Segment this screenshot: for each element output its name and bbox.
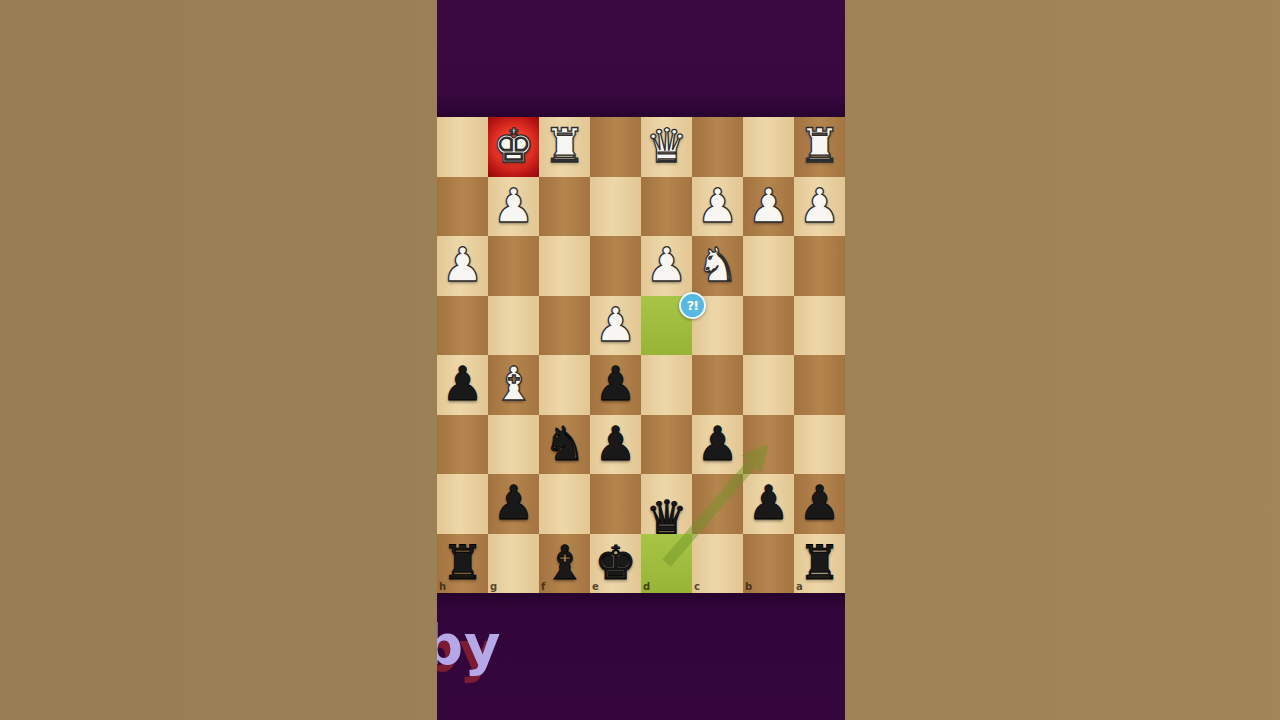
file-label-a: a xyxy=(796,581,803,593)
piece-white-pawn[interactable]: ♟ xyxy=(794,177,845,237)
square-a4[interactable] xyxy=(794,296,845,356)
piece-white-rook[interactable]: ♜ xyxy=(539,117,590,177)
video-column: ♚♜♛♜♟♟♟♟♟♟♞♟♟♝♟♞♟♟♟♛♟♟♜hg♝f♚edcb♜a ?! by xyxy=(437,0,845,720)
square-a7[interactable]: ♟ xyxy=(794,474,845,534)
square-c1[interactable] xyxy=(692,117,743,177)
square-d3[interactable]: ♟ xyxy=(641,236,692,296)
chess-board[interactable]: ♚♜♛♜♟♟♟♟♟♟♞♟♟♝♟♞♟♟♟♛♟♟♜hg♝f♚edcb♜a xyxy=(437,117,845,593)
piece-black-knight[interactable]: ♞ xyxy=(539,415,590,475)
square-a1[interactable]: ♜ xyxy=(794,117,845,177)
square-b8[interactable]: b xyxy=(743,534,794,594)
piece-black-pawn[interactable]: ♟ xyxy=(590,415,641,475)
file-label-f: f xyxy=(541,581,545,593)
square-f6[interactable]: ♞ xyxy=(539,415,590,475)
square-e7[interactable] xyxy=(590,474,641,534)
piece-white-pawn[interactable]: ♟ xyxy=(743,177,794,237)
piece-white-pawn[interactable]: ♟ xyxy=(692,177,743,237)
piece-black-pawn[interactable]: ♟ xyxy=(743,474,794,534)
square-b5[interactable] xyxy=(743,355,794,415)
square-b2[interactable]: ♟ xyxy=(743,177,794,237)
file-label-c: c xyxy=(694,581,700,593)
square-c3[interactable]: ♞ xyxy=(692,236,743,296)
square-h8[interactable]: ♜h xyxy=(437,534,488,594)
square-g1[interactable]: ♚ xyxy=(488,117,539,177)
square-g8[interactable]: g xyxy=(488,534,539,594)
square-h4[interactable] xyxy=(437,296,488,356)
square-h5[interactable]: ♟ xyxy=(437,355,488,415)
square-e5[interactable]: ♟ xyxy=(590,355,641,415)
piece-white-rook[interactable]: ♜ xyxy=(794,117,845,177)
square-f1[interactable]: ♜ xyxy=(539,117,590,177)
piece-white-bishop[interactable]: ♝ xyxy=(488,355,539,415)
piece-black-pawn[interactable]: ♟ xyxy=(692,415,743,475)
board-top-shadow xyxy=(437,0,845,117)
piece-black-pawn[interactable]: ♟ xyxy=(794,474,845,534)
square-e8[interactable]: ♚e xyxy=(590,534,641,594)
piece-white-pawn[interactable]: ♟ xyxy=(437,236,488,296)
square-e4[interactable]: ♟ xyxy=(590,296,641,356)
square-f3[interactable] xyxy=(539,236,590,296)
square-f8[interactable]: ♝f xyxy=(539,534,590,594)
file-label-d: d xyxy=(643,581,650,593)
square-g4[interactable] xyxy=(488,296,539,356)
file-label-b: b xyxy=(745,581,752,593)
square-a5[interactable] xyxy=(794,355,845,415)
piece-white-pawn[interactable]: ♟ xyxy=(590,296,641,356)
piece-white-pawn[interactable]: ♟ xyxy=(641,236,692,296)
square-c2[interactable]: ♟ xyxy=(692,177,743,237)
square-h3[interactable]: ♟ xyxy=(437,236,488,296)
square-h2[interactable] xyxy=(437,177,488,237)
piece-white-pawn[interactable]: ♟ xyxy=(488,177,539,237)
square-c6[interactable]: ♟ xyxy=(692,415,743,475)
piece-black-pawn[interactable]: ♟ xyxy=(488,474,539,534)
square-d5[interactable] xyxy=(641,355,692,415)
piece-white-queen[interactable]: ♛ xyxy=(641,117,692,177)
square-h1[interactable] xyxy=(437,117,488,177)
watermark-by: by xyxy=(437,612,502,677)
file-label-g: g xyxy=(490,581,497,593)
square-a2[interactable]: ♟ xyxy=(794,177,845,237)
square-a8[interactable]: ♜a xyxy=(794,534,845,594)
square-f2[interactable] xyxy=(539,177,590,237)
square-g3[interactable] xyxy=(488,236,539,296)
square-h7[interactable] xyxy=(437,474,488,534)
square-a6[interactable] xyxy=(794,415,845,475)
square-c7[interactable] xyxy=(692,474,743,534)
square-g6[interactable] xyxy=(488,415,539,475)
piece-white-knight[interactable]: ♞ xyxy=(692,236,743,296)
square-b6[interactable] xyxy=(743,415,794,475)
file-label-h: h xyxy=(439,581,446,593)
square-d1[interactable]: ♛ xyxy=(641,117,692,177)
square-d2[interactable] xyxy=(641,177,692,237)
square-d8[interactable]: d xyxy=(641,534,692,594)
square-f5[interactable] xyxy=(539,355,590,415)
square-b7[interactable]: ♟ xyxy=(743,474,794,534)
square-f7[interactable] xyxy=(539,474,590,534)
square-e3[interactable] xyxy=(590,236,641,296)
square-d6[interactable] xyxy=(641,415,692,475)
piece-black-pawn[interactable]: ♟ xyxy=(437,355,488,415)
square-g5[interactable]: ♝ xyxy=(488,355,539,415)
square-g7[interactable]: ♟ xyxy=(488,474,539,534)
square-h6[interactable] xyxy=(437,415,488,475)
square-e1[interactable] xyxy=(590,117,641,177)
square-d7[interactable]: ♛ xyxy=(641,474,692,534)
square-b4[interactable] xyxy=(743,296,794,356)
square-a3[interactable] xyxy=(794,236,845,296)
inaccuracy-badge: ?! xyxy=(679,292,706,319)
piece-white-king[interactable]: ♚ xyxy=(488,117,539,177)
square-e2[interactable] xyxy=(590,177,641,237)
file-label-e: e xyxy=(592,581,599,593)
piece-black-pawn[interactable]: ♟ xyxy=(590,355,641,415)
square-b3[interactable] xyxy=(743,236,794,296)
square-e6[interactable]: ♟ xyxy=(590,415,641,475)
video-frame: ♚♜♛♜♟♟♟♟♟♟♞♟♟♝♟♞♟♟♟♛♟♟♜hg♝f♚edcb♜a ?! by xyxy=(0,0,1280,720)
square-c8[interactable]: c xyxy=(692,534,743,594)
piece-black-bishop[interactable]: ♝ xyxy=(539,534,590,594)
square-c5[interactable] xyxy=(692,355,743,415)
square-f4[interactable] xyxy=(539,296,590,356)
square-b1[interactable] xyxy=(743,117,794,177)
square-g2[interactable]: ♟ xyxy=(488,177,539,237)
